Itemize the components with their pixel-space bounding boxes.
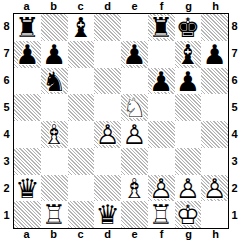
corner-bottom-left bbox=[0, 229, 13, 240]
square-h2[interactable]: ♟♙ bbox=[201, 175, 228, 202]
black-pawn[interactable]: ♟ bbox=[175, 68, 202, 95]
rank-label-right-5: 5 bbox=[229, 94, 240, 121]
square-b1[interactable]: ♜♖ bbox=[41, 201, 68, 228]
rank-label-left-7: 7 bbox=[0, 40, 13, 67]
rank-label-left-2: 2 bbox=[0, 175, 13, 202]
square-b3[interactable] bbox=[41, 148, 68, 175]
corner-top-left bbox=[0, 0, 13, 13]
file-label-bottom-a: a bbox=[13, 229, 40, 240]
square-c8[interactable]: ♝ bbox=[68, 14, 95, 41]
square-f1[interactable]: ♜♖ bbox=[148, 201, 175, 228]
square-b7[interactable]: ♟ bbox=[41, 41, 68, 68]
white-knight[interactable]: ♞♘ bbox=[121, 94, 148, 121]
file-labels-bottom-row: abcdefgh bbox=[0, 229, 240, 240]
square-c4[interactable] bbox=[68, 121, 95, 148]
square-e2[interactable]: ♝♗ bbox=[121, 175, 148, 202]
square-d1[interactable]: ♛ bbox=[94, 201, 121, 228]
square-h8[interactable] bbox=[201, 14, 228, 41]
file-label-top-d: d bbox=[94, 0, 121, 13]
black-pawn[interactable]: ♟ bbox=[14, 41, 41, 68]
square-f7[interactable] bbox=[148, 41, 175, 68]
square-g3[interactable] bbox=[175, 148, 202, 175]
white-pawn[interactable]: ♟♙ bbox=[175, 175, 202, 202]
white-bishop[interactable]: ♝♗ bbox=[121, 175, 148, 202]
corner-bottom-right bbox=[229, 229, 240, 240]
rank-labels-left: 87654321 bbox=[0, 13, 13, 229]
file-labels-bottom: abcdefgh bbox=[13, 229, 229, 240]
square-d8[interactable] bbox=[94, 14, 121, 41]
black-king[interactable]: ♚ bbox=[175, 14, 202, 41]
white-bishop[interactable]: ♝♗ bbox=[41, 121, 68, 148]
white-pawn[interactable]: ♟♙ bbox=[121, 121, 148, 148]
square-e1[interactable] bbox=[121, 201, 148, 228]
black-pawn[interactable]: ♟ bbox=[201, 41, 228, 68]
rank-label-right-6: 6 bbox=[229, 67, 240, 94]
square-h1[interactable] bbox=[201, 201, 228, 228]
square-a5[interactable] bbox=[14, 94, 41, 121]
file-label-bottom-c: c bbox=[67, 229, 94, 240]
square-c2[interactable] bbox=[68, 175, 95, 202]
file-label-bottom-d: d bbox=[94, 229, 121, 240]
square-d7[interactable] bbox=[94, 41, 121, 68]
file-label-bottom-b: b bbox=[40, 229, 67, 240]
square-c3[interactable] bbox=[68, 148, 95, 175]
square-d6[interactable] bbox=[94, 68, 121, 95]
square-d3[interactable] bbox=[94, 148, 121, 175]
black-queen[interactable]: ♛ bbox=[14, 175, 41, 202]
file-label-bottom-g: g bbox=[175, 229, 202, 240]
black-pawn[interactable]: ♟ bbox=[121, 41, 148, 68]
rank-label-left-3: 3 bbox=[0, 148, 13, 175]
square-g1[interactable]: ♚♔ bbox=[175, 201, 202, 228]
rank-label-left-4: 4 bbox=[0, 121, 13, 148]
white-pawn[interactable]: ♟♙ bbox=[201, 175, 228, 202]
square-a7[interactable]: ♟ bbox=[14, 41, 41, 68]
board: ♜♝♜♚♟♟♟♝♟♞♟♟♞♘♝♗♟♙♟♙♛♝♗♟♙♟♙♟♙♜♖♛♜♖♚♔ bbox=[13, 13, 229, 229]
square-a1[interactable] bbox=[14, 201, 41, 228]
square-g2[interactable]: ♟♙ bbox=[175, 175, 202, 202]
square-c7[interactable] bbox=[68, 41, 95, 68]
square-e7[interactable]: ♟ bbox=[121, 41, 148, 68]
black-rook[interactable]: ♜ bbox=[148, 14, 175, 41]
square-c6[interactable] bbox=[68, 68, 95, 95]
rank-label-right-4: 4 bbox=[229, 121, 240, 148]
white-rook[interactable]: ♜♖ bbox=[41, 201, 68, 228]
square-c5[interactable] bbox=[68, 94, 95, 121]
square-g4[interactable] bbox=[175, 121, 202, 148]
square-h4[interactable] bbox=[201, 121, 228, 148]
black-bishop[interactable]: ♝ bbox=[68, 14, 95, 41]
chess-diagram: abcdefgh 87654321 ♜♝♜♚♟♟♟♝♟♞♟♟♞♘♝♗♟♙♟♙♛♝… bbox=[0, 0, 240, 240]
square-b5[interactable] bbox=[41, 94, 68, 121]
square-b2[interactable] bbox=[41, 175, 68, 202]
rank-label-left-5: 5 bbox=[0, 94, 13, 121]
file-label-bottom-e: e bbox=[121, 229, 148, 240]
square-e3[interactable] bbox=[121, 148, 148, 175]
square-d4[interactable]: ♟♙ bbox=[94, 121, 121, 148]
square-e8[interactable] bbox=[121, 14, 148, 41]
square-d2[interactable] bbox=[94, 175, 121, 202]
square-e4[interactable]: ♟♙ bbox=[121, 121, 148, 148]
black-pawn[interactable]: ♟ bbox=[41, 41, 68, 68]
square-d5[interactable] bbox=[94, 94, 121, 121]
rank-label-right-3: 3 bbox=[229, 148, 240, 175]
file-label-top-b: b bbox=[40, 0, 67, 13]
rank-label-left-8: 8 bbox=[0, 13, 13, 40]
board-row: 87654321 ♜♝♜♚♟♟♟♝♟♞♟♟♞♘♝♗♟♙♟♙♛♝♗♟♙♟♙♟♙♜♖… bbox=[0, 13, 240, 229]
white-pawn[interactable]: ♟♙ bbox=[94, 121, 121, 148]
white-pawn[interactable]: ♟♙ bbox=[148, 175, 175, 202]
square-f4[interactable] bbox=[148, 121, 175, 148]
square-a8[interactable]: ♜ bbox=[14, 14, 41, 41]
square-h7[interactable]: ♟ bbox=[201, 41, 228, 68]
rank-label-left-1: 1 bbox=[0, 202, 13, 229]
rank-label-right-8: 8 bbox=[229, 13, 240, 40]
file-label-bottom-f: f bbox=[148, 229, 175, 240]
square-a3[interactable] bbox=[14, 148, 41, 175]
square-f3[interactable] bbox=[148, 148, 175, 175]
square-h5[interactable] bbox=[201, 94, 228, 121]
square-b8[interactable] bbox=[41, 14, 68, 41]
rank-label-left-6: 6 bbox=[0, 67, 13, 94]
rank-labels-right: 87654321 bbox=[229, 13, 240, 229]
square-b6[interactable]: ♞ bbox=[41, 68, 68, 95]
square-f6[interactable]: ♟ bbox=[148, 68, 175, 95]
square-a4[interactable] bbox=[14, 121, 41, 148]
corner-top-right bbox=[229, 0, 240, 13]
square-h6[interactable] bbox=[201, 68, 228, 95]
square-h3[interactable] bbox=[201, 148, 228, 175]
square-e6[interactable] bbox=[121, 68, 148, 95]
white-king[interactable]: ♚♔ bbox=[175, 201, 202, 228]
square-e5[interactable]: ♞♘ bbox=[121, 94, 148, 121]
square-f5[interactable] bbox=[148, 94, 175, 121]
black-rook[interactable]: ♜ bbox=[14, 14, 41, 41]
black-pawn[interactable]: ♟ bbox=[148, 68, 175, 95]
square-f8[interactable]: ♜ bbox=[148, 14, 175, 41]
file-label-top-h: h bbox=[202, 0, 229, 13]
file-label-top-e: e bbox=[121, 0, 148, 13]
square-f2[interactable]: ♟♙ bbox=[148, 175, 175, 202]
rank-label-right-1: 1 bbox=[229, 202, 240, 229]
file-label-bottom-h: h bbox=[202, 229, 229, 240]
black-queen[interactable]: ♛ bbox=[94, 201, 121, 228]
square-b4[interactable]: ♝♗ bbox=[41, 121, 68, 148]
square-g6[interactable]: ♟ bbox=[175, 68, 202, 95]
square-c1[interactable] bbox=[68, 201, 95, 228]
square-a2[interactable]: ♛ bbox=[14, 175, 41, 202]
black-bishop[interactable]: ♝ bbox=[175, 41, 202, 68]
square-g5[interactable] bbox=[175, 94, 202, 121]
rank-label-right-2: 2 bbox=[229, 175, 240, 202]
square-g8[interactable]: ♚ bbox=[175, 14, 202, 41]
square-a6[interactable] bbox=[14, 68, 41, 95]
square-g7[interactable]: ♝ bbox=[175, 41, 202, 68]
white-rook[interactable]: ♜♖ bbox=[148, 201, 175, 228]
rank-label-right-7: 7 bbox=[229, 40, 240, 67]
black-knight[interactable]: ♞ bbox=[41, 68, 68, 95]
